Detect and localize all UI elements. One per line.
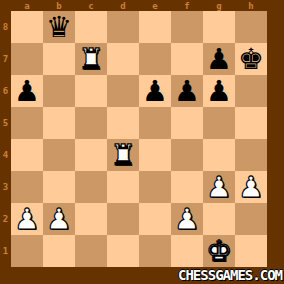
square-h5[interactable] bbox=[235, 107, 267, 139]
square-d3[interactable] bbox=[107, 171, 139, 203]
piece-white-pawn[interactable]: ♟ bbox=[174, 203, 200, 235]
square-h7[interactable]: ♚ bbox=[235, 43, 267, 75]
square-d4[interactable]: ♜ bbox=[107, 139, 139, 171]
square-b4[interactable] bbox=[43, 139, 75, 171]
square-f2[interactable]: ♟ bbox=[171, 203, 203, 235]
piece-black-pawn[interactable]: ♟ bbox=[142, 75, 168, 107]
square-e5[interactable] bbox=[139, 107, 171, 139]
square-g8[interactable] bbox=[203, 11, 235, 43]
piece-black-queen[interactable]: ♛ bbox=[46, 11, 72, 43]
piece-white-king[interactable]: ♚ bbox=[206, 235, 232, 267]
square-e8[interactable] bbox=[139, 11, 171, 43]
rank-label-8: 8 bbox=[0, 11, 11, 43]
piece-white-pawn[interactable]: ♟ bbox=[206, 171, 232, 203]
square-h6[interactable] bbox=[235, 75, 267, 107]
square-a6[interactable]: ♟ bbox=[11, 75, 43, 107]
piece-white-pawn[interactable]: ♟ bbox=[46, 203, 72, 235]
square-b3[interactable] bbox=[43, 171, 75, 203]
square-b6[interactable] bbox=[43, 75, 75, 107]
file-label-d: d bbox=[107, 0, 139, 11]
square-h4[interactable] bbox=[235, 139, 267, 171]
branding-label: CHESSGAMES.COM bbox=[178, 267, 282, 283]
square-c6[interactable] bbox=[75, 75, 107, 107]
square-e7[interactable] bbox=[139, 43, 171, 75]
square-b7[interactable] bbox=[43, 43, 75, 75]
piece-black-pawn[interactable]: ♟ bbox=[206, 75, 232, 107]
piece-black-pawn[interactable]: ♟ bbox=[206, 43, 232, 75]
chess-diagram: ♛♜♟♚♟♟♟♟♜♟♟♟♟♟♚ CHESSGAMES.COM abcdefgh8… bbox=[0, 0, 284, 284]
square-f5[interactable] bbox=[171, 107, 203, 139]
square-a5[interactable] bbox=[11, 107, 43, 139]
piece-white-pawn[interactable]: ♟ bbox=[14, 203, 40, 235]
square-d6[interactable] bbox=[107, 75, 139, 107]
rank-label-6: 6 bbox=[0, 75, 11, 107]
square-e3[interactable] bbox=[139, 171, 171, 203]
file-label-a: a bbox=[11, 0, 43, 11]
square-d2[interactable] bbox=[107, 203, 139, 235]
square-c1[interactable] bbox=[75, 235, 107, 267]
square-e1[interactable] bbox=[139, 235, 171, 267]
rank-label-5: 5 bbox=[0, 107, 11, 139]
square-c2[interactable] bbox=[75, 203, 107, 235]
square-d7[interactable] bbox=[107, 43, 139, 75]
square-c5[interactable] bbox=[75, 107, 107, 139]
rank-label-3: 3 bbox=[0, 171, 11, 203]
square-a1[interactable] bbox=[11, 235, 43, 267]
square-d8[interactable] bbox=[107, 11, 139, 43]
square-f8[interactable] bbox=[171, 11, 203, 43]
square-g6[interactable]: ♟ bbox=[203, 75, 235, 107]
square-g1[interactable]: ♚ bbox=[203, 235, 235, 267]
square-b8[interactable]: ♛ bbox=[43, 11, 75, 43]
square-f1[interactable] bbox=[171, 235, 203, 267]
square-c7[interactable]: ♜ bbox=[75, 43, 107, 75]
file-label-h: h bbox=[235, 0, 267, 11]
rank-label-1: 1 bbox=[0, 235, 11, 267]
square-f3[interactable] bbox=[171, 171, 203, 203]
square-h1[interactable] bbox=[235, 235, 267, 267]
square-g7[interactable]: ♟ bbox=[203, 43, 235, 75]
square-c4[interactable] bbox=[75, 139, 107, 171]
square-g5[interactable] bbox=[203, 107, 235, 139]
chess-board: ♛♜♟♚♟♟♟♟♜♟♟♟♟♟♚ bbox=[11, 11, 267, 267]
square-e4[interactable] bbox=[139, 139, 171, 171]
piece-white-pawn[interactable]: ♟ bbox=[238, 171, 264, 203]
rank-label-7: 7 bbox=[0, 43, 11, 75]
square-a3[interactable] bbox=[11, 171, 43, 203]
square-h8[interactable] bbox=[235, 11, 267, 43]
square-d5[interactable] bbox=[107, 107, 139, 139]
piece-white-rook[interactable]: ♜ bbox=[110, 139, 136, 171]
square-h2[interactable] bbox=[235, 203, 267, 235]
square-b2[interactable]: ♟ bbox=[43, 203, 75, 235]
piece-black-king[interactable]: ♚ bbox=[238, 43, 264, 75]
square-d1[interactable] bbox=[107, 235, 139, 267]
rank-label-2: 2 bbox=[0, 203, 11, 235]
file-label-g: g bbox=[203, 0, 235, 11]
square-g4[interactable] bbox=[203, 139, 235, 171]
piece-black-pawn[interactable]: ♟ bbox=[14, 75, 40, 107]
square-e6[interactable]: ♟ bbox=[139, 75, 171, 107]
square-c3[interactable] bbox=[75, 171, 107, 203]
square-f4[interactable] bbox=[171, 139, 203, 171]
square-b5[interactable] bbox=[43, 107, 75, 139]
square-a7[interactable] bbox=[11, 43, 43, 75]
rank-label-4: 4 bbox=[0, 139, 11, 171]
square-a4[interactable] bbox=[11, 139, 43, 171]
square-e2[interactable] bbox=[139, 203, 171, 235]
square-c8[interactable] bbox=[75, 11, 107, 43]
square-f6[interactable]: ♟ bbox=[171, 75, 203, 107]
square-g3[interactable]: ♟ bbox=[203, 171, 235, 203]
file-label-f: f bbox=[171, 0, 203, 11]
square-f7[interactable] bbox=[171, 43, 203, 75]
square-h3[interactable]: ♟ bbox=[235, 171, 267, 203]
piece-white-rook[interactable]: ♜ bbox=[78, 43, 104, 75]
square-b1[interactable] bbox=[43, 235, 75, 267]
piece-black-pawn[interactable]: ♟ bbox=[174, 75, 200, 107]
square-a2[interactable]: ♟ bbox=[11, 203, 43, 235]
file-label-e: e bbox=[139, 0, 171, 11]
file-label-b: b bbox=[43, 0, 75, 11]
square-g2[interactable] bbox=[203, 203, 235, 235]
square-a8[interactable] bbox=[11, 11, 43, 43]
file-label-c: c bbox=[75, 0, 107, 11]
